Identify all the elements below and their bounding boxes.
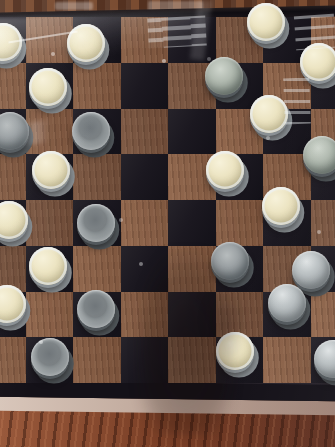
checker-piece-dark[interactable]: ● (77, 203, 115, 247)
board-square[interactable] (121, 200, 169, 246)
board-square[interactable]: ● (311, 246, 335, 292)
board-square[interactable]: ● (0, 292, 26, 338)
checker-piece-light[interactable]: ● (0, 22, 22, 66)
checker-piece-light[interactable]: ● (300, 42, 335, 86)
board-square[interactable] (263, 337, 311, 383)
checker-piece-light[interactable]: ● (32, 150, 70, 194)
checker-piece-light[interactable]: ● (247, 2, 285, 46)
board-square[interactable]: ● (311, 337, 335, 383)
board-square[interactable]: ● (73, 17, 121, 63)
checker-piece-light[interactable]: ● (29, 246, 67, 290)
checker-piece-dark[interactable]: ● (303, 135, 335, 179)
board-square[interactable]: ● (73, 109, 121, 155)
board-square[interactable]: ● (263, 200, 311, 246)
checker-piece-light[interactable]: ● (206, 150, 244, 194)
board-square[interactable]: ● (26, 337, 74, 383)
board-square[interactable] (121, 154, 169, 200)
board-square[interactable]: ● (0, 109, 26, 155)
checker-piece-dark[interactable]: ● (268, 283, 306, 327)
board-square[interactable]: ● (0, 17, 26, 63)
checker-piece-light[interactable]: ● (0, 284, 26, 328)
checker-piece-dark[interactable]: ● (77, 289, 115, 333)
board-square[interactable] (121, 17, 169, 63)
dust-specks (0, 0, 2, 2)
checker-piece-light[interactable]: ● (250, 94, 288, 138)
board-square[interactable]: ● (73, 292, 121, 338)
board-square[interactable]: ● (0, 200, 26, 246)
board-square[interactable] (73, 337, 121, 383)
camera-shadow-overlay (205, 285, 250, 355)
checker-piece-light[interactable]: ● (0, 200, 28, 244)
board-square[interactable]: ● (73, 200, 121, 246)
board-square[interactable]: ● (216, 154, 264, 200)
board-square[interactable]: ● (26, 63, 74, 109)
checker-piece-dark[interactable]: ● (31, 337, 69, 381)
checkers-photo: Overhead photo of a folding wooden check… (0, 0, 335, 447)
board-square[interactable] (121, 109, 169, 155)
checker-piece-light[interactable]: ● (262, 186, 300, 230)
board-square[interactable] (311, 200, 335, 246)
board-square[interactable] (168, 200, 216, 246)
board-square[interactable]: ● (311, 63, 335, 109)
checker-piece-dark[interactable]: ● (0, 111, 29, 155)
glare-streak (55, 2, 93, 10)
board-square[interactable]: ● (311, 154, 335, 200)
checker-piece-dark[interactable]: ● (314, 339, 335, 383)
checker-piece-dark[interactable]: ● (205, 56, 243, 100)
board-square[interactable] (0, 337, 26, 383)
checker-piece-dark[interactable]: ● (72, 111, 110, 155)
board-square[interactable] (121, 63, 169, 109)
board-square[interactable]: ● (263, 292, 311, 338)
